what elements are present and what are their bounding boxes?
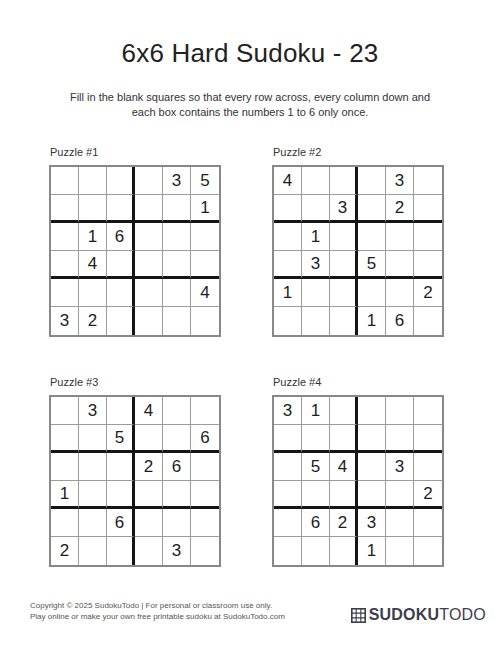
p4-cell-r6c2 <box>302 537 330 565</box>
p4-cell-r4c5 <box>386 481 414 509</box>
p2-cell-r1c5: 3 <box>386 167 414 195</box>
p1-cell-r3c6 <box>191 223 219 251</box>
p2-cell-r1c2 <box>302 167 330 195</box>
logo-text-todo: TODO <box>439 606 486 623</box>
p4-cell-r5c2: 6 <box>302 509 330 537</box>
sudokutodo-logo: SUDOKUTODO <box>351 606 486 624</box>
p2-cell-r2c3: 3 <box>330 195 358 223</box>
footer-copyright: Copyright © 2025 SudokuTodo | For person… <box>30 600 285 622</box>
p2-cell-r6c5: 6 <box>386 307 414 335</box>
p4-cell-r3c2: 5 <box>302 453 330 481</box>
puzzle-1: Puzzle #1 351164432 <box>49 146 221 337</box>
p1-cell-r3c1 <box>51 223 79 251</box>
p3-cell-r2c3: 5 <box>107 425 135 453</box>
p3-cell-r1c3 <box>107 397 135 425</box>
p4-cell-r1c2: 1 <box>302 397 330 425</box>
p2-cell-r6c2 <box>302 307 330 335</box>
puzzle-3: Puzzle #3 3456261623 <box>49 376 221 567</box>
p4-cell-r4c4 <box>358 481 386 509</box>
p2-cell-r1c3 <box>330 167 358 195</box>
p4-cell-r6c4: 1 <box>358 537 386 565</box>
p4-cell-r6c3 <box>330 537 358 565</box>
p2-cell-r4c5 <box>386 251 414 279</box>
p2-cell-r4c3 <box>330 251 358 279</box>
p2-cell-r1c4 <box>358 167 386 195</box>
p4-cell-r4c3 <box>330 481 358 509</box>
p3-cell-r2c2 <box>79 425 107 453</box>
puzzle-4-grid: 3154326231 <box>272 395 444 567</box>
p1-cell-r2c2 <box>79 195 107 223</box>
p1-cell-r5c3 <box>107 279 135 307</box>
p2-cell-r5c3 <box>330 279 358 307</box>
p4-cell-r5c6 <box>414 509 442 537</box>
p2-cell-r6c6 <box>414 307 442 335</box>
p1-cell-r6c6 <box>191 307 219 335</box>
puzzle-4: Puzzle #4 3154326231 <box>272 376 444 567</box>
p3-cell-r3c1 <box>51 453 79 481</box>
p4-cell-r5c3: 2 <box>330 509 358 537</box>
p2-cell-r6c4: 1 <box>358 307 386 335</box>
p2-cell-r5c4 <box>358 279 386 307</box>
p3-cell-r4c5 <box>163 481 191 509</box>
p3-cell-r4c1: 1 <box>51 481 79 509</box>
p1-cell-r1c3 <box>107 167 135 195</box>
p2-cell-r2c5: 2 <box>386 195 414 223</box>
p3-cell-r1c2: 3 <box>79 397 107 425</box>
p1-cell-r5c4 <box>135 279 163 307</box>
p2-cell-r2c4 <box>358 195 386 223</box>
p1-cell-r2c6: 1 <box>191 195 219 223</box>
p2-cell-r3c5 <box>386 223 414 251</box>
p1-cell-r6c5 <box>163 307 191 335</box>
p3-cell-r4c6 <box>191 481 219 509</box>
p4-cell-r1c6 <box>414 397 442 425</box>
p1-cell-r1c1 <box>51 167 79 195</box>
p4-cell-r6c6 <box>414 537 442 565</box>
p4-cell-r2c5 <box>386 425 414 453</box>
p1-cell-r1c6: 5 <box>191 167 219 195</box>
p1-cell-r4c5 <box>163 251 191 279</box>
p1-cell-r6c2: 2 <box>79 307 107 335</box>
p4-cell-r6c1 <box>274 537 302 565</box>
p4-cell-r5c4: 3 <box>358 509 386 537</box>
p1-cell-r3c4 <box>135 223 163 251</box>
p3-cell-r4c4 <box>135 481 163 509</box>
puzzle-1-label: Puzzle #1 <box>50 146 221 159</box>
p1-cell-r1c5: 3 <box>163 167 191 195</box>
p1-cell-r5c1 <box>51 279 79 307</box>
p1-cell-r5c2 <box>79 279 107 307</box>
p4-cell-r2c2 <box>302 425 330 453</box>
p2-cell-r4c2: 3 <box>302 251 330 279</box>
instructions-line-1: Fill in the blank squares so that every … <box>0 90 500 105</box>
p1-cell-r4c3 <box>107 251 135 279</box>
p3-cell-r4c2 <box>79 481 107 509</box>
logo-text: SUDOKUTODO <box>369 606 486 624</box>
p3-cell-r3c2 <box>79 453 107 481</box>
p4-cell-r1c1: 3 <box>274 397 302 425</box>
logo-text-sudoku: SUDOKU <box>369 606 440 623</box>
puzzle-2: Puzzle #2 43321351216 <box>272 146 444 337</box>
p2-cell-r6c3 <box>330 307 358 335</box>
printable-sudoku-sheet: 6x6 Hard Sudoku - 23 Fill in the blank s… <box>0 0 500 647</box>
p4-cell-r2c3 <box>330 425 358 453</box>
p1-cell-r6c4 <box>135 307 163 335</box>
p1-cell-r1c2 <box>79 167 107 195</box>
p2-cell-r3c3 <box>330 223 358 251</box>
p1-cell-r3c5 <box>163 223 191 251</box>
p2-cell-r5c2 <box>302 279 330 307</box>
puzzle-3-grid: 3456261623 <box>49 395 221 567</box>
p3-cell-r6c3 <box>107 537 135 565</box>
p4-cell-r2c1 <box>274 425 302 453</box>
p3-cell-r5c4 <box>135 509 163 537</box>
p3-cell-r5c6 <box>191 509 219 537</box>
p2-cell-r3c4 <box>358 223 386 251</box>
p3-cell-r3c5: 6 <box>163 453 191 481</box>
p4-cell-r4c1 <box>274 481 302 509</box>
p3-cell-r6c5: 3 <box>163 537 191 565</box>
p3-cell-r2c4 <box>135 425 163 453</box>
p2-cell-r1c1: 4 <box>274 167 302 195</box>
p3-cell-r6c1: 2 <box>51 537 79 565</box>
p3-cell-r3c6 <box>191 453 219 481</box>
p4-cell-r2c4 <box>358 425 386 453</box>
puzzle-2-label: Puzzle #2 <box>273 146 444 159</box>
p2-cell-r2c6 <box>414 195 442 223</box>
p3-cell-r1c4: 4 <box>135 397 163 425</box>
p2-cell-r3c2: 1 <box>302 223 330 251</box>
p1-cell-r2c5 <box>163 195 191 223</box>
p1-cell-r4c2: 4 <box>79 251 107 279</box>
p4-cell-r1c5 <box>386 397 414 425</box>
p3-cell-r2c6: 6 <box>191 425 219 453</box>
p1-cell-r1c4 <box>135 167 163 195</box>
p1-cell-r2c1 <box>51 195 79 223</box>
p3-cell-r1c6 <box>191 397 219 425</box>
p4-cell-r4c2 <box>302 481 330 509</box>
p1-cell-r4c1 <box>51 251 79 279</box>
p3-cell-r5c2 <box>79 509 107 537</box>
p3-cell-r5c1 <box>51 509 79 537</box>
p1-cell-r6c1: 3 <box>51 307 79 335</box>
page-title: 6x6 Hard Sudoku - 23 <box>0 38 500 69</box>
p3-cell-r2c5 <box>163 425 191 453</box>
p1-cell-r5c5 <box>163 279 191 307</box>
p1-cell-r4c6 <box>191 251 219 279</box>
p4-cell-r2c6 <box>414 425 442 453</box>
p4-cell-r6c5 <box>386 537 414 565</box>
p2-cell-r5c5 <box>386 279 414 307</box>
p1-cell-r5c6: 4 <box>191 279 219 307</box>
p4-cell-r3c6 <box>414 453 442 481</box>
puzzle-3-label: Puzzle #3 <box>50 376 221 389</box>
p4-cell-r3c3: 4 <box>330 453 358 481</box>
p3-cell-r3c4: 2 <box>135 453 163 481</box>
p1-cell-r3c2: 1 <box>79 223 107 251</box>
p4-cell-r3c1 <box>274 453 302 481</box>
p2-cell-r1c6 <box>414 167 442 195</box>
p1-cell-r6c3 <box>107 307 135 335</box>
p2-cell-r4c1 <box>274 251 302 279</box>
p2-cell-r4c4: 5 <box>358 251 386 279</box>
p1-cell-r2c3 <box>107 195 135 223</box>
p2-cell-r2c2 <box>302 195 330 223</box>
p1-cell-r2c4 <box>135 195 163 223</box>
p4-cell-r1c3 <box>330 397 358 425</box>
p2-cell-r5c1: 1 <box>274 279 302 307</box>
p3-cell-r6c4 <box>135 537 163 565</box>
instructions-line-2: each box contains the numbers 1 to 6 onl… <box>0 105 500 120</box>
p3-cell-r4c3 <box>107 481 135 509</box>
p1-cell-r4c4 <box>135 251 163 279</box>
p3-cell-r5c3: 6 <box>107 509 135 537</box>
instructions: Fill in the blank squares so that every … <box>0 90 500 120</box>
p4-cell-r5c1 <box>274 509 302 537</box>
p4-cell-r3c4 <box>358 453 386 481</box>
puzzle-4-label: Puzzle #4 <box>273 376 444 389</box>
p4-cell-r3c5: 3 <box>386 453 414 481</box>
p3-cell-r6c2 <box>79 537 107 565</box>
p3-cell-r2c1 <box>51 425 79 453</box>
p3-cell-r6c6 <box>191 537 219 565</box>
p2-cell-r3c1 <box>274 223 302 251</box>
p3-cell-r1c1 <box>51 397 79 425</box>
puzzle-2-grid: 43321351216 <box>272 165 444 337</box>
p2-cell-r2c1 <box>274 195 302 223</box>
p2-cell-r6c1 <box>274 307 302 335</box>
copyright-line-2: Play online or make your own free printa… <box>30 611 285 622</box>
p4-cell-r1c4 <box>358 397 386 425</box>
p4-cell-r4c6: 2 <box>414 481 442 509</box>
p2-cell-r5c6: 2 <box>414 279 442 307</box>
grid-icon <box>351 608 366 623</box>
p3-cell-r3c3 <box>107 453 135 481</box>
puzzle-1-grid: 351164432 <box>49 165 221 337</box>
p4-cell-r5c5 <box>386 509 414 537</box>
p1-cell-r3c3: 6 <box>107 223 135 251</box>
p3-cell-r5c5 <box>163 509 191 537</box>
p3-cell-r1c5 <box>163 397 191 425</box>
copyright-line-1: Copyright © 2025 SudokuTodo | For person… <box>30 600 285 611</box>
p2-cell-r4c6 <box>414 251 442 279</box>
p2-cell-r3c6 <box>414 223 442 251</box>
